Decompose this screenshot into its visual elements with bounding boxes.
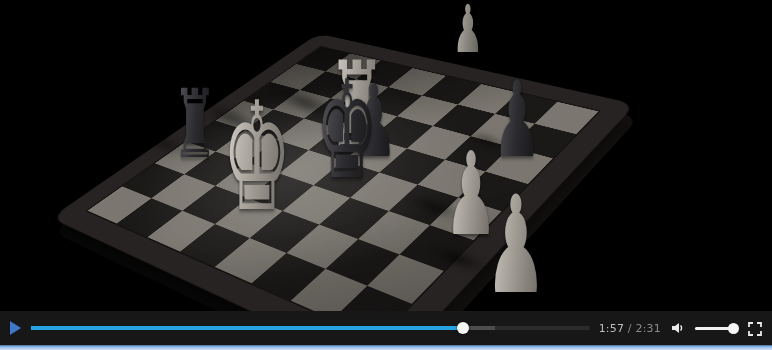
video-player: ♟♜♜♟♟♚♚♟♟ 1:57 / 2:31 bbox=[0, 0, 772, 350]
speaker-icon bbox=[670, 320, 686, 336]
time-duration: 2:31 bbox=[635, 322, 661, 335]
progress-bar[interactable] bbox=[31, 321, 590, 335]
expand-corners-icon bbox=[748, 322, 762, 336]
time-current: 1:57 bbox=[599, 322, 625, 335]
piece-white-pawn-offboard: ♟ bbox=[453, 0, 484, 63]
volume-button[interactable] bbox=[670, 320, 686, 336]
play-button[interactable] bbox=[8, 320, 22, 336]
volume-slider[interactable] bbox=[695, 322, 739, 334]
time-display: 1:57 / 2:31 bbox=[599, 322, 661, 335]
player-controls: 1:57 / 2:31 bbox=[0, 311, 772, 345]
play-icon bbox=[10, 321, 21, 335]
volume-handle[interactable] bbox=[728, 323, 739, 334]
chess-board bbox=[51, 34, 634, 311]
video-frame[interactable]: ♟♜♜♟♟♚♚♟♟ bbox=[0, 0, 772, 311]
progress-fill bbox=[31, 326, 463, 330]
selection-highlight-strip bbox=[0, 345, 772, 350]
progress-handle[interactable] bbox=[457, 322, 469, 334]
time-separator: / bbox=[624, 322, 635, 335]
fullscreen-button[interactable] bbox=[748, 321, 762, 335]
